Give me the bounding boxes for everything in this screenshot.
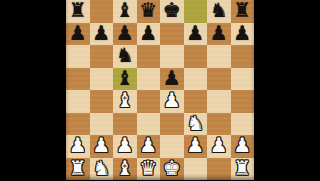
black-pawn[interactable]: ♟ bbox=[210, 23, 228, 43]
black-bishop[interactable]: ♝ bbox=[116, 0, 134, 20]
letterbox-right bbox=[254, 0, 320, 180]
square-h6[interactable] bbox=[231, 45, 255, 68]
square-f8[interactable] bbox=[184, 0, 208, 23]
square-e2[interactable] bbox=[160, 135, 184, 158]
square-e3[interactable] bbox=[160, 113, 184, 136]
square-d5[interactable] bbox=[137, 68, 161, 91]
black-rook[interactable]: ♜ bbox=[233, 0, 251, 20]
black-knight[interactable]: ♞ bbox=[116, 45, 134, 65]
square-d1[interactable]: ♛ bbox=[137, 158, 161, 181]
white-king[interactable]: ♚ bbox=[163, 158, 181, 178]
square-a8[interactable]: ♜ bbox=[66, 0, 90, 23]
square-f6[interactable] bbox=[184, 45, 208, 68]
white-bishop[interactable]: ♝ bbox=[116, 158, 134, 178]
white-rook[interactable]: ♜ bbox=[69, 158, 87, 178]
square-f7[interactable]: ♟ bbox=[184, 23, 208, 46]
square-d2[interactable]: ♟ bbox=[137, 135, 161, 158]
white-knight[interactable]: ♞ bbox=[186, 113, 204, 133]
square-d8[interactable]: ♛ bbox=[137, 0, 161, 23]
chess-board: ♜♝♛♚♞♜♟♟♟♟♟♟♟♞♝♟♝♟♞♟♟♟♟♟♟♟♜♞♝♛♚♜ bbox=[66, 0, 254, 180]
square-f4[interactable] bbox=[184, 90, 208, 113]
white-bishop[interactable]: ♝ bbox=[116, 90, 134, 110]
square-c2[interactable]: ♟ bbox=[113, 135, 137, 158]
square-c5[interactable]: ♝ bbox=[113, 68, 137, 91]
square-c4[interactable]: ♝ bbox=[113, 90, 137, 113]
square-a2[interactable]: ♟ bbox=[66, 135, 90, 158]
square-e8[interactable]: ♚ bbox=[160, 0, 184, 23]
white-pawn[interactable]: ♟ bbox=[163, 90, 181, 110]
white-pawn[interactable]: ♟ bbox=[69, 135, 87, 155]
white-knight[interactable]: ♞ bbox=[92, 158, 110, 178]
white-queen[interactable]: ♛ bbox=[139, 158, 157, 178]
black-pawn[interactable]: ♟ bbox=[69, 23, 87, 43]
square-b5[interactable] bbox=[90, 68, 114, 91]
white-pawn[interactable]: ♟ bbox=[92, 135, 110, 155]
square-b3[interactable] bbox=[90, 113, 114, 136]
square-a7[interactable]: ♟ bbox=[66, 23, 90, 46]
square-a4[interactable] bbox=[66, 90, 90, 113]
square-g6[interactable] bbox=[207, 45, 231, 68]
white-rook[interactable]: ♜ bbox=[233, 158, 251, 178]
white-pawn[interactable]: ♟ bbox=[139, 135, 157, 155]
square-h1[interactable]: ♜ bbox=[231, 158, 255, 181]
square-c1[interactable]: ♝ bbox=[113, 158, 137, 181]
square-c6[interactable]: ♞ bbox=[113, 45, 137, 68]
white-pawn[interactable]: ♟ bbox=[233, 135, 251, 155]
black-queen[interactable]: ♛ bbox=[139, 0, 157, 20]
black-king[interactable]: ♚ bbox=[163, 0, 181, 20]
square-b1[interactable]: ♞ bbox=[90, 158, 114, 181]
square-g7[interactable]: ♟ bbox=[207, 23, 231, 46]
square-c8[interactable]: ♝ bbox=[113, 0, 137, 23]
square-f3[interactable]: ♞ bbox=[184, 113, 208, 136]
square-c3[interactable] bbox=[113, 113, 137, 136]
square-d3[interactable] bbox=[137, 113, 161, 136]
black-pawn[interactable]: ♟ bbox=[186, 23, 204, 43]
square-e7[interactable] bbox=[160, 23, 184, 46]
square-h7[interactable]: ♟ bbox=[231, 23, 255, 46]
black-rook[interactable]: ♜ bbox=[69, 0, 87, 20]
square-b2[interactable]: ♟ bbox=[90, 135, 114, 158]
square-d4[interactable] bbox=[137, 90, 161, 113]
square-f1[interactable] bbox=[184, 158, 208, 181]
square-f2[interactable]: ♟ bbox=[184, 135, 208, 158]
square-h4[interactable] bbox=[231, 90, 255, 113]
square-g3[interactable] bbox=[207, 113, 231, 136]
black-pawn[interactable]: ♟ bbox=[92, 23, 110, 43]
square-e6[interactable] bbox=[160, 45, 184, 68]
black-pawn[interactable]: ♟ bbox=[233, 23, 251, 43]
square-d7[interactable]: ♟ bbox=[137, 23, 161, 46]
square-g8[interactable]: ♞ bbox=[207, 0, 231, 23]
white-pawn[interactable]: ♟ bbox=[210, 135, 228, 155]
square-h8[interactable]: ♜ bbox=[231, 0, 255, 23]
square-g2[interactable]: ♟ bbox=[207, 135, 231, 158]
black-pawn[interactable]: ♟ bbox=[163, 68, 181, 88]
square-a6[interactable] bbox=[66, 45, 90, 68]
square-g4[interactable] bbox=[207, 90, 231, 113]
square-h2[interactable]: ♟ bbox=[231, 135, 255, 158]
square-b6[interactable] bbox=[90, 45, 114, 68]
square-h3[interactable] bbox=[231, 113, 255, 136]
square-h5[interactable] bbox=[231, 68, 255, 91]
square-d6[interactable] bbox=[137, 45, 161, 68]
square-e1[interactable]: ♚ bbox=[160, 158, 184, 181]
white-pawn[interactable]: ♟ bbox=[116, 135, 134, 155]
black-knight[interactable]: ♞ bbox=[210, 0, 228, 20]
square-b4[interactable] bbox=[90, 90, 114, 113]
square-b8[interactable] bbox=[90, 0, 114, 23]
black-pawn[interactable]: ♟ bbox=[116, 23, 134, 43]
black-pawn[interactable]: ♟ bbox=[139, 23, 157, 43]
video-frame: ♜♝♛♚♞♜♟♟♟♟♟♟♟♞♝♟♝♟♞♟♟♟♟♟♟♟♜♞♝♛♚♜ bbox=[0, 0, 320, 180]
black-bishop[interactable]: ♝ bbox=[116, 68, 134, 88]
square-a3[interactable] bbox=[66, 113, 90, 136]
square-c7[interactable]: ♟ bbox=[113, 23, 137, 46]
square-a1[interactable]: ♜ bbox=[66, 158, 90, 181]
square-g1[interactable] bbox=[207, 158, 231, 181]
square-f5[interactable] bbox=[184, 68, 208, 91]
square-g5[interactable] bbox=[207, 68, 231, 91]
square-b7[interactable]: ♟ bbox=[90, 23, 114, 46]
letterbox-left bbox=[0, 0, 66, 180]
square-e5[interactable]: ♟ bbox=[160, 68, 184, 91]
square-a5[interactable] bbox=[66, 68, 90, 91]
square-e4[interactable]: ♟ bbox=[160, 90, 184, 113]
white-pawn[interactable]: ♟ bbox=[186, 135, 204, 155]
